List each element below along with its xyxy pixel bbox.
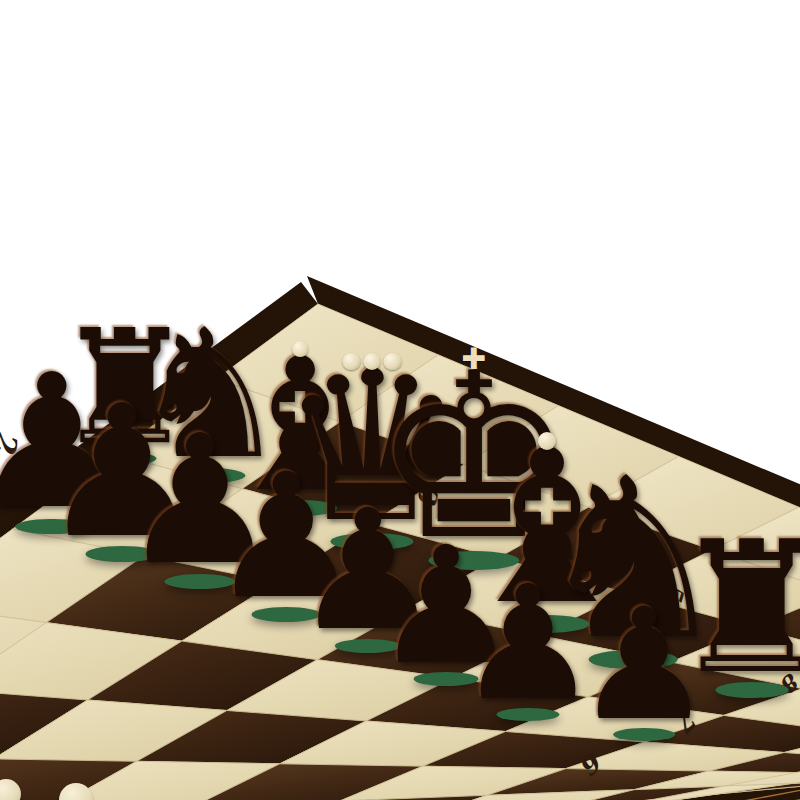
felt-base [613,728,675,741]
piece-dark-pawn: ♟ [567,588,721,742]
king-cross-finial: ✚ [462,344,487,374]
chess-set-photo: ♜♞♝♛♚✚♝♞♜♟♟♟♟♟♟♟♟ 2345678 [0,0,800,800]
